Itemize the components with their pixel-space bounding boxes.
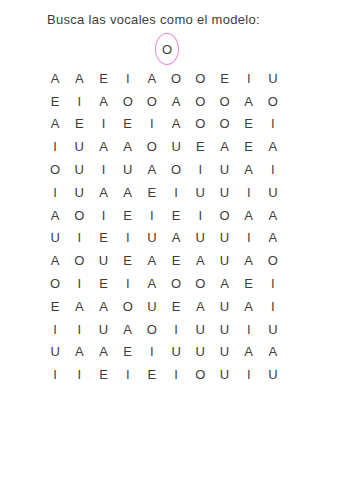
grid-cell[interactable]: E: [67, 113, 91, 136]
grid-cell[interactable]: U: [91, 318, 115, 341]
model-letter: O: [162, 43, 172, 56]
grid-cell[interactable]: I: [43, 135, 67, 158]
grid-cell[interactable]: E: [188, 135, 212, 158]
grid-cell[interactable]: A: [237, 158, 261, 181]
grid-cell[interactable]: I: [261, 113, 285, 136]
grid-cell[interactable]: A: [164, 227, 188, 250]
grid-cell[interactable]: U: [212, 363, 236, 386]
grid-cell[interactable]: A: [91, 135, 115, 158]
grid-cell[interactable]: O: [212, 90, 236, 113]
grid-cell[interactable]: O: [212, 204, 236, 227]
grid-cell[interactable]: U: [140, 227, 164, 250]
worksheet-page: Busca las vocales como el modelo: O AAEI…: [0, 0, 340, 480]
grid-cell[interactable]: A: [164, 90, 188, 113]
grid-cell[interactable]: I: [67, 363, 91, 386]
grid-cell[interactable]: U: [212, 318, 236, 341]
grid-cell[interactable]: E: [116, 113, 140, 136]
grid-cell[interactable]: O: [188, 272, 212, 295]
grid-cell[interactable]: I: [237, 318, 261, 341]
grid-cell[interactable]: E: [116, 340, 140, 363]
grid-cell[interactable]: A: [164, 113, 188, 136]
grid-cell[interactable]: O: [164, 272, 188, 295]
model-circle-highlight: O: [155, 33, 179, 65]
worksheet-title: Busca las vocales como el modelo:: [47, 12, 260, 27]
grid-cell[interactable]: I: [43, 318, 67, 341]
grid-cell[interactable]: O: [116, 90, 140, 113]
grid-cell[interactable]: U: [67, 135, 91, 158]
grid-cell[interactable]: A: [91, 181, 115, 204]
grid-cell[interactable]: I: [116, 272, 140, 295]
grid-cell[interactable]: I: [261, 158, 285, 181]
grid-cell[interactable]: I: [67, 90, 91, 113]
grid-cell[interactable]: A: [67, 67, 91, 90]
grid-cell[interactable]: I: [188, 158, 212, 181]
grid-cell[interactable]: A: [91, 295, 115, 318]
grid-cell[interactable]: U: [140, 295, 164, 318]
grid-cell[interactable]: E: [164, 249, 188, 272]
grid-cell[interactable]: I: [67, 227, 91, 250]
grid-cell[interactable]: I: [116, 227, 140, 250]
grid-cell[interactable]: I: [140, 204, 164, 227]
grid-cell[interactable]: I: [237, 227, 261, 250]
grid-cell[interactable]: A: [43, 249, 67, 272]
grid-cell[interactable]: E: [116, 249, 140, 272]
grid-cell[interactable]: A: [237, 340, 261, 363]
grid-cell[interactable]: O: [67, 249, 91, 272]
grid-cell[interactable]: A: [212, 272, 236, 295]
grid-cell[interactable]: E: [237, 135, 261, 158]
grid-cell[interactable]: U: [91, 249, 115, 272]
grid-cell[interactable]: E: [164, 295, 188, 318]
grid-cell[interactable]: I: [43, 181, 67, 204]
grid-cell[interactable]: U: [164, 135, 188, 158]
grid-cell[interactable]: A: [43, 204, 67, 227]
grid-cell[interactable]: I: [43, 363, 67, 386]
grid-cell[interactable]: A: [188, 249, 212, 272]
grid-cell[interactable]: A: [261, 135, 285, 158]
grid-cell[interactable]: U: [67, 158, 91, 181]
grid-cell[interactable]: O: [188, 90, 212, 113]
grid-cell[interactable]: O: [188, 67, 212, 90]
grid-cell[interactable]: A: [188, 295, 212, 318]
grid-cell[interactable]: I: [261, 272, 285, 295]
grid-cell[interactable]: I: [237, 363, 261, 386]
grid-cell[interactable]: U: [212, 340, 236, 363]
grid-cell[interactable]: A: [237, 204, 261, 227]
grid-cell[interactable]: A: [116, 135, 140, 158]
grid-cell[interactable]: A: [237, 90, 261, 113]
grid-cell[interactable]: E: [212, 67, 236, 90]
grid-cell[interactable]: U: [261, 181, 285, 204]
grid-cell[interactable]: O: [261, 90, 285, 113]
grid-cell[interactable]: I: [91, 158, 115, 181]
grid-cell[interactable]: A: [140, 158, 164, 181]
grid-cell[interactable]: U: [261, 363, 285, 386]
model-example: O: [155, 33, 179, 65]
grid-cell[interactable]: U: [67, 181, 91, 204]
grid-cell[interactable]: U: [212, 181, 236, 204]
grid-cell[interactable]: A: [91, 340, 115, 363]
grid-cell[interactable]: I: [91, 113, 115, 136]
grid-cell[interactable]: U: [188, 227, 212, 250]
grid-cell[interactable]: U: [212, 158, 236, 181]
grid-cell[interactable]: E: [43, 90, 67, 113]
grid-cell[interactable]: A: [116, 181, 140, 204]
grid-cell[interactable]: O: [164, 158, 188, 181]
grid-cell[interactable]: A: [140, 67, 164, 90]
grid-cell[interactable]: I: [237, 67, 261, 90]
grid-cell[interactable]: A: [43, 113, 67, 136]
grid-cell[interactable]: I: [164, 363, 188, 386]
grid-cell[interactable]: E: [140, 363, 164, 386]
grid-cell[interactable]: O: [188, 363, 212, 386]
grid-cell[interactable]: I: [91, 204, 115, 227]
grid-cell[interactable]: A: [67, 340, 91, 363]
grid-cell[interactable]: O: [188, 113, 212, 136]
grid-cell[interactable]: I: [116, 363, 140, 386]
grid-cell[interactable]: E: [91, 363, 115, 386]
grid-cell[interactable]: O: [164, 67, 188, 90]
grid-cell[interactable]: I: [67, 318, 91, 341]
grid-cell[interactable]: E: [140, 181, 164, 204]
grid-cell[interactable]: I: [140, 113, 164, 136]
grid-cell[interactable]: A: [140, 272, 164, 295]
grid-cell[interactable]: A: [91, 90, 115, 113]
grid-cell[interactable]: O: [140, 318, 164, 341]
grid-cell[interactable]: U: [261, 318, 285, 341]
letter-grid: AAEIAOOEIUEIAOOAOOAOAEIEIAOOEIIUAAOUEAEA…: [43, 67, 285, 386]
grid-cell[interactable]: O: [212, 113, 236, 136]
grid-cell[interactable]: A: [237, 295, 261, 318]
grid-cell[interactable]: A: [67, 295, 91, 318]
grid-cell[interactable]: U: [188, 318, 212, 341]
grid-cell[interactable]: U: [164, 340, 188, 363]
grid-cell[interactable]: A: [212, 135, 236, 158]
grid-cell[interactable]: U: [188, 181, 212, 204]
grid-cell[interactable]: O: [140, 135, 164, 158]
grid-cell[interactable]: O: [261, 249, 285, 272]
grid-cell[interactable]: A: [261, 227, 285, 250]
grid-cell[interactable]: E: [164, 204, 188, 227]
grid-cell[interactable]: A: [237, 249, 261, 272]
grid-cell[interactable]: U: [212, 227, 236, 250]
grid-cell[interactable]: A: [43, 67, 67, 90]
grid-cell[interactable]: I: [67, 272, 91, 295]
grid-cell[interactable]: E: [237, 272, 261, 295]
grid-cell[interactable]: O: [67, 204, 91, 227]
grid-cell[interactable]: A: [261, 340, 285, 363]
grid-cell[interactable]: U: [43, 340, 67, 363]
grid-cell[interactable]: E: [116, 204, 140, 227]
grid-cell[interactable]: E: [43, 295, 67, 318]
grid-cell[interactable]: A: [261, 204, 285, 227]
grid-cell[interactable]: E: [237, 113, 261, 136]
grid-cell[interactable]: O: [43, 272, 67, 295]
grid-cell[interactable]: O: [43, 158, 67, 181]
grid-cell[interactable]: O: [140, 90, 164, 113]
grid-cell[interactable]: U: [116, 158, 140, 181]
grid-cell[interactable]: A: [140, 249, 164, 272]
grid-cell[interactable]: U: [212, 295, 236, 318]
grid-cell[interactable]: I: [237, 181, 261, 204]
grid-cell[interactable]: E: [91, 272, 115, 295]
grid-cell[interactable]: I: [116, 67, 140, 90]
grid-cell[interactable]: I: [261, 295, 285, 318]
grid-cell[interactable]: I: [164, 181, 188, 204]
grid-cell[interactable]: U: [261, 67, 285, 90]
grid-cell[interactable]: U: [43, 227, 67, 250]
grid-cell[interactable]: I: [188, 204, 212, 227]
grid-cell[interactable]: I: [140, 340, 164, 363]
grid-cell[interactable]: E: [91, 67, 115, 90]
grid-cell[interactable]: U: [212, 249, 236, 272]
grid-cell[interactable]: A: [116, 318, 140, 341]
grid-cell[interactable]: O: [116, 295, 140, 318]
grid-cell[interactable]: E: [91, 227, 115, 250]
grid-cell[interactable]: I: [164, 318, 188, 341]
grid-cell[interactable]: U: [188, 340, 212, 363]
